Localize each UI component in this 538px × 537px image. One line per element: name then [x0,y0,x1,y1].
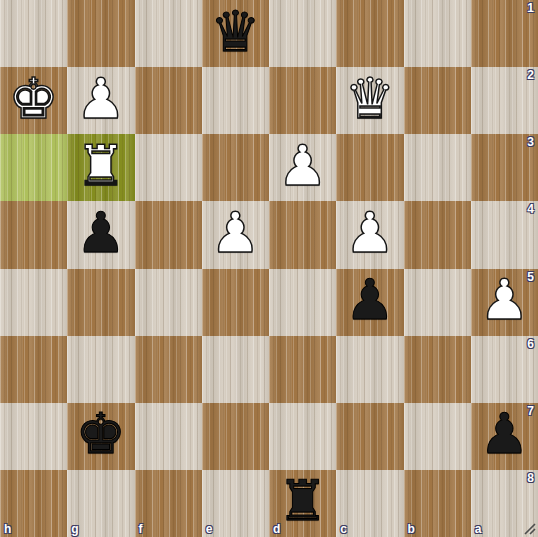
square-h6[interactable] [0,336,67,403]
square-g4[interactable]: ♟ [67,201,134,268]
square-h7[interactable] [0,403,67,470]
square-b7[interactable] [404,403,471,470]
square-a4[interactable]: 4 [471,201,538,268]
file-label-b: b [408,522,415,536]
square-g6[interactable] [67,336,134,403]
white-pawn[interactable]: ♟ [479,272,529,328]
square-a5[interactable]: ♟5 [471,269,538,336]
square-f4[interactable] [135,201,202,268]
black-queen[interactable]: ♛ [210,4,260,60]
rank-label-4: 4 [527,202,534,216]
square-f2[interactable] [135,67,202,134]
file-label-g: g [71,522,78,536]
square-a7[interactable]: ♟7 [471,403,538,470]
square-h5[interactable] [0,269,67,336]
square-g1[interactable] [67,0,134,67]
white-pawn[interactable]: ♟ [76,71,126,127]
rank-label-8: 8 [527,471,534,485]
file-label-h: h [4,522,11,536]
square-e7[interactable] [202,403,269,470]
square-g3[interactable]: ♜ [67,134,134,201]
square-h3[interactable] [0,134,67,201]
square-b1[interactable] [404,0,471,67]
square-g7[interactable]: ♚ [67,403,134,470]
file-label-f: f [139,522,143,536]
white-king[interactable]: ♚ [9,71,59,127]
square-f7[interactable] [135,403,202,470]
square-g5[interactable] [67,269,134,336]
file-label-a: a [475,522,482,536]
square-h4[interactable] [0,201,67,268]
square-c7[interactable] [336,403,403,470]
square-h1[interactable] [0,0,67,67]
black-king[interactable]: ♚ [76,406,126,462]
chess-board: ♛1♚♟♛2♜♟3♟♟♟4♟♟56♚♟7hgfe♜dcba8 [0,0,538,537]
square-c5[interactable]: ♟ [336,269,403,336]
white-queen[interactable]: ♛ [345,71,395,127]
square-c1[interactable] [336,0,403,67]
square-c6[interactable] [336,336,403,403]
square-e2[interactable] [202,67,269,134]
square-b8[interactable]: b [404,470,471,537]
square-c2[interactable]: ♛ [336,67,403,134]
square-f1[interactable] [135,0,202,67]
square-f5[interactable] [135,269,202,336]
square-f8[interactable]: f [135,470,202,537]
square-b2[interactable] [404,67,471,134]
square-e8[interactable]: e [202,470,269,537]
square-h2[interactable]: ♚ [0,67,67,134]
square-d6[interactable] [269,336,336,403]
square-e4[interactable]: ♟ [202,201,269,268]
square-b6[interactable] [404,336,471,403]
white-rook[interactable]: ♜ [76,138,126,194]
square-c3[interactable] [336,134,403,201]
rank-label-1: 1 [527,1,534,15]
square-d1[interactable] [269,0,336,67]
square-b4[interactable] [404,201,471,268]
square-b3[interactable] [404,134,471,201]
square-a6[interactable]: 6 [471,336,538,403]
square-a1[interactable]: 1 [471,0,538,67]
rank-label-6: 6 [527,337,534,351]
file-label-e: e [206,522,213,536]
square-f6[interactable] [135,336,202,403]
square-e6[interactable] [202,336,269,403]
square-c4[interactable]: ♟ [336,201,403,268]
resize-handle-icon[interactable] [524,523,536,535]
file-label-c: c [340,522,347,536]
square-f3[interactable] [135,134,202,201]
square-h8[interactable]: h [0,470,67,537]
white-pawn[interactable]: ♟ [278,138,328,194]
square-a3[interactable]: 3 [471,134,538,201]
rank-label-3: 3 [527,135,534,149]
rank-label-2: 2 [527,68,534,82]
chess-board-widget: ♛1♚♟♛2♜♟3♟♟♟4♟♟56♚♟7hgfe♜dcba8 [0,0,538,537]
black-pawn[interactable]: ♟ [479,406,529,462]
square-d4[interactable] [269,201,336,268]
black-rook[interactable]: ♜ [278,473,328,529]
square-g8[interactable]: g [67,470,134,537]
square-e5[interactable] [202,269,269,336]
square-a2[interactable]: 2 [471,67,538,134]
square-d8[interactable]: ♜d [269,470,336,537]
square-d2[interactable] [269,67,336,134]
square-d5[interactable] [269,269,336,336]
white-pawn[interactable]: ♟ [210,205,260,261]
black-pawn[interactable]: ♟ [76,205,126,261]
square-g2[interactable]: ♟ [67,67,134,134]
square-e3[interactable] [202,134,269,201]
square-b5[interactable] [404,269,471,336]
square-c8[interactable]: c [336,470,403,537]
square-d3[interactable]: ♟ [269,134,336,201]
white-pawn[interactable]: ♟ [345,205,395,261]
square-d7[interactable] [269,403,336,470]
square-e1[interactable]: ♛ [202,0,269,67]
black-pawn[interactable]: ♟ [345,272,395,328]
